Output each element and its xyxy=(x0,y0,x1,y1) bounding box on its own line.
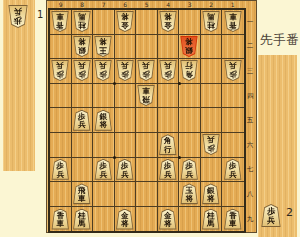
square-4-1[interactable]: 金将 xyxy=(158,10,180,35)
piece-face: 歩兵 xyxy=(95,61,111,80)
square-1-9[interactable]: 香車 xyxy=(222,207,244,232)
piece-pawn-gote[interactable]: 歩兵 xyxy=(8,5,28,28)
square-9-1[interactable]: 香車 xyxy=(50,10,72,35)
piece-face: 桂馬 xyxy=(74,12,90,31)
square-7-7[interactable]: 歩兵 xyxy=(93,158,115,183)
piece-knight-gote[interactable]: 桂馬 xyxy=(73,11,91,32)
piece-kanji: 歩兵 xyxy=(56,61,64,78)
rank-label-5: 五 xyxy=(246,108,255,133)
square-5-5[interactable] xyxy=(136,108,158,133)
file-label-3: 3 xyxy=(179,1,201,8)
piece-gold-sente[interactable]: 金将 xyxy=(116,209,134,230)
square-4-8[interactable] xyxy=(158,182,180,207)
piece-lance-sente[interactable]: 香車 xyxy=(51,209,69,230)
piece-pawn-gote[interactable]: 歩兵 xyxy=(202,134,220,155)
rank-label-2: 二 xyxy=(246,35,255,60)
square-8-6[interactable] xyxy=(72,133,94,158)
piece-pawn-sente[interactable]: 歩兵 xyxy=(159,159,177,180)
square-9-8[interactable] xyxy=(50,182,72,207)
rank-label-3: 三 xyxy=(246,59,255,84)
rank-coordinates: 一二三四五六七八九 xyxy=(246,10,255,233)
piece-kanji: 香車 xyxy=(56,12,64,29)
square-2-9[interactable]: 桂馬 xyxy=(201,207,223,232)
piece-face: 桂馬 xyxy=(203,210,219,229)
square-8-1[interactable]: 桂馬 xyxy=(72,10,94,35)
piece-face: 歩兵 xyxy=(74,111,90,130)
square-5-9[interactable] xyxy=(136,207,158,232)
square-1-2[interactable] xyxy=(222,35,244,60)
piece-kanji: 歩兵 xyxy=(229,61,237,78)
square-6-2[interactable] xyxy=(115,35,137,60)
square-7-2[interactable]: 王将 xyxy=(93,35,115,60)
square-9-5[interactable] xyxy=(50,108,72,133)
square-8-7[interactable] xyxy=(72,158,94,183)
piece-face: 金将 xyxy=(117,210,133,229)
piece-kanji: 歩兵 xyxy=(164,162,172,179)
square-4-6[interactable]: 角行 xyxy=(158,133,180,158)
piece-bishop-sente[interactable]: 角行 xyxy=(159,134,177,155)
square-6-3[interactable]: 歩兵 xyxy=(115,59,137,84)
piece-pawn-gote[interactable]: 歩兵 xyxy=(73,60,91,81)
square-4-3[interactable]: 歩兵 xyxy=(158,59,180,84)
square-8-2[interactable]: 銀将 xyxy=(72,35,94,60)
piece-kanji: 歩兵 xyxy=(142,61,150,78)
piece-face: 歩兵 xyxy=(181,160,197,179)
piece-gold-gote[interactable]: 金将 xyxy=(116,11,134,32)
piece-kanji: 歩兵 xyxy=(185,162,193,179)
piece-face: 歩兵 xyxy=(95,160,111,179)
piece-face: 角行 xyxy=(181,61,197,80)
square-9-9[interactable]: 香車 xyxy=(50,207,72,232)
piece-face: 歩兵 xyxy=(225,61,241,80)
piece-face: 角行 xyxy=(160,135,176,154)
piece-bishop-gote[interactable]: 角行 xyxy=(180,60,198,81)
piece-kanji: 歩兵 xyxy=(121,162,129,179)
piece-kanji: 金将 xyxy=(121,12,129,29)
piece-kanji: 香車 xyxy=(229,212,237,229)
piece-kanji: 歩兵 xyxy=(78,61,86,78)
piece-pawn-sente[interactable]: 歩兵 xyxy=(180,159,198,180)
piece-face: 歩兵 xyxy=(225,160,241,179)
square-1-3[interactable]: 歩兵 xyxy=(222,59,244,84)
square-8-8[interactable]: 飛車 xyxy=(72,182,94,207)
piece-pawn-sente[interactable]: 歩兵 xyxy=(73,110,91,131)
piece-kanji: 銀将 xyxy=(78,37,86,54)
piece-kanji: 歩兵 xyxy=(56,162,64,179)
gote-hand-count: 1 xyxy=(37,9,43,20)
square-1-5[interactable] xyxy=(222,108,244,133)
piece-face: 歩兵 xyxy=(160,61,176,80)
square-1-1[interactable]: 香車 xyxy=(222,10,244,35)
piece-face: 香車 xyxy=(225,210,241,229)
square-2-5[interactable] xyxy=(201,108,223,133)
piece-lance-gote[interactable]: 香車 xyxy=(224,11,242,32)
file-label-1: 1 xyxy=(222,1,244,8)
square-3-6[interactable] xyxy=(179,133,201,158)
piece-face: 歩兵 xyxy=(74,61,90,80)
piece-kanji: 飛車 xyxy=(78,187,86,204)
piece-kanji: 香車 xyxy=(229,12,237,29)
sente-hand-count: 2 xyxy=(286,206,293,219)
square-1-6[interactable] xyxy=(222,133,244,158)
piece-rook-gote[interactable]: 飛車 xyxy=(137,85,155,106)
piece-silver-gote[interactable]: 銀将 xyxy=(73,36,91,57)
piece-pawn-gote[interactable]: 歩兵 xyxy=(159,60,177,81)
file-label-8: 8 xyxy=(72,1,94,8)
piece-face: 香車 xyxy=(225,12,241,31)
piece-face: 金将 xyxy=(117,12,133,31)
piece-face: 銀将 xyxy=(181,37,197,56)
piece-face: 銀将 xyxy=(74,37,90,56)
piece-face: 桂馬 xyxy=(203,12,219,31)
square-4-5[interactable] xyxy=(158,108,180,133)
file-coordinates: 987654321 xyxy=(50,1,256,8)
piece-knight-sente[interactable]: 桂馬 xyxy=(73,209,91,230)
square-9-7[interactable]: 歩兵 xyxy=(50,158,72,183)
square-2-4[interactable] xyxy=(201,84,223,109)
rank-label-6: 六 xyxy=(246,133,255,158)
square-6-8[interactable] xyxy=(115,182,137,207)
square-5-4[interactable]: 飛車 xyxy=(136,84,158,109)
square-7-6[interactable] xyxy=(93,133,115,158)
square-4-4[interactable] xyxy=(158,84,180,109)
square-4-9[interactable]: 金将 xyxy=(158,207,180,232)
shogi-app: 歩兵 1 歩兵 2 先手番 987654321 香車桂馬金将金将桂馬香車銀将王将… xyxy=(0,0,300,237)
rank-label-9: 九 xyxy=(246,207,255,232)
file-label-6: 6 xyxy=(115,1,137,8)
piece-kanji: 角行 xyxy=(164,137,172,154)
piece-knight-sente[interactable]: 桂馬 xyxy=(202,209,220,230)
piece-face: 王将 xyxy=(95,37,111,56)
file-label-4: 4 xyxy=(158,1,180,8)
square-2-2[interactable] xyxy=(201,35,223,60)
square-5-6[interactable] xyxy=(136,133,158,158)
piece-kanji: 歩兵 xyxy=(207,135,215,152)
piece-face: 銀将 xyxy=(95,111,111,130)
square-7-5[interactable]: 銀将 xyxy=(93,108,115,133)
piece-kanji: 歩兵 xyxy=(78,113,86,130)
rank-label-1: 一 xyxy=(246,10,255,35)
square-2-1[interactable]: 桂馬 xyxy=(201,10,223,35)
piece-knight-gote[interactable]: 桂馬 xyxy=(202,11,220,32)
piece-pawn-sente[interactable]: 歩兵 xyxy=(116,159,134,180)
piece-kanji: 王将 xyxy=(99,37,107,54)
piece-face: 歩兵 xyxy=(262,205,280,226)
piece-gold-sente[interactable]: 金将 xyxy=(159,209,177,230)
piece-pawn-sente[interactable]: 歩兵 xyxy=(224,159,242,180)
piece-face: 歩兵 xyxy=(52,160,68,179)
square-9-2[interactable] xyxy=(50,35,72,60)
piece-pawn-sente[interactable]: 歩兵 xyxy=(51,159,69,180)
piece-kanji: 銀将 xyxy=(99,113,107,130)
square-8-3[interactable]: 歩兵 xyxy=(72,59,94,84)
square-8-5[interactable]: 歩兵 xyxy=(72,108,94,133)
square-7-1[interactable] xyxy=(93,10,115,35)
piece-kanji: 桂馬 xyxy=(78,212,86,229)
piece-pawn-gote[interactable]: 歩兵 xyxy=(224,60,242,81)
square-9-3[interactable]: 歩兵 xyxy=(50,59,72,84)
piece-king-gote[interactable]: 王将 xyxy=(94,36,112,57)
piece-face: 香車 xyxy=(52,210,68,229)
piece-face: 歩兵 xyxy=(117,61,133,80)
square-1-4[interactable] xyxy=(222,84,244,109)
piece-kanji: 玉将 xyxy=(185,187,193,204)
piece-kanji: 銀将 xyxy=(207,187,215,204)
square-5-8[interactable] xyxy=(136,182,158,207)
sente-hand-pawn[interactable]: 歩兵 xyxy=(261,204,281,227)
piece-face: 金将 xyxy=(160,12,176,31)
rank-label-7: 七 xyxy=(246,158,255,183)
square-8-4[interactable] xyxy=(72,84,94,109)
piece-kanji: 桂馬 xyxy=(207,12,215,29)
piece-kanji: 歩兵 xyxy=(267,207,276,226)
piece-face: 歩兵 xyxy=(52,61,68,80)
gote-hand-pawn[interactable]: 歩兵 xyxy=(8,5,28,28)
piece-face: 銀将 xyxy=(203,184,219,203)
piece-kanji: 銀将 xyxy=(185,37,193,54)
piece-kanji: 歩兵 xyxy=(14,6,23,25)
piece-face: 歩兵 xyxy=(203,135,219,154)
square-7-3[interactable]: 歩兵 xyxy=(93,59,115,84)
piece-kanji: 桂馬 xyxy=(207,212,215,229)
square-5-7[interactable] xyxy=(136,158,158,183)
turn-indicator: 先手番 xyxy=(260,32,299,49)
square-3-2[interactable]: 銀将 xyxy=(179,35,201,60)
square-3-3[interactable]: 角行 xyxy=(179,59,201,84)
piece-kanji: 歩兵 xyxy=(99,61,107,78)
piece-face: 歩兵 xyxy=(9,6,27,27)
piece-kanji: 桂馬 xyxy=(78,12,86,29)
piece-kanji: 歩兵 xyxy=(164,61,172,78)
piece-pawn-sente[interactable]: 歩兵 xyxy=(94,159,112,180)
piece-silver-sente[interactable]: 銀将 xyxy=(94,110,112,131)
piece-kanji: 金将 xyxy=(164,212,172,229)
piece-kanji: 歩兵 xyxy=(99,162,107,179)
square-4-2[interactable] xyxy=(158,35,180,60)
square-4-7[interactable]: 歩兵 xyxy=(158,158,180,183)
square-1-7[interactable]: 歩兵 xyxy=(222,158,244,183)
shogi-board: 987654321 香車桂馬金将金将桂馬香車銀将王将銀将歩兵歩兵歩兵歩兵歩兵歩兵… xyxy=(46,0,257,233)
piece-kanji: 香車 xyxy=(56,212,64,229)
piece-face: 飛車 xyxy=(74,184,90,203)
square-2-3[interactable] xyxy=(201,59,223,84)
square-2-8[interactable]: 銀将 xyxy=(201,182,223,207)
piece-pawn-sente[interactable]: 歩兵 xyxy=(261,204,281,227)
square-3-9[interactable] xyxy=(179,207,201,232)
piece-face: 飛車 xyxy=(138,86,154,105)
piece-kanji: 歩兵 xyxy=(121,61,129,78)
file-label-2: 2 xyxy=(201,1,223,8)
piece-pawn-gote[interactable]: 歩兵 xyxy=(116,60,134,81)
piece-face: 歩兵 xyxy=(117,160,133,179)
piece-kanji: 角行 xyxy=(185,61,193,78)
piece-kanji: 歩兵 xyxy=(229,162,237,179)
board-grid: 香車桂馬金将金将桂馬香車銀将王将銀将歩兵歩兵歩兵歩兵歩兵歩兵角行歩兵飛車歩兵銀将… xyxy=(48,8,246,233)
rank-label-4: 四 xyxy=(246,84,255,109)
square-9-6[interactable] xyxy=(50,133,72,158)
piece-face: 金将 xyxy=(160,210,176,229)
square-6-6[interactable] xyxy=(115,133,137,158)
square-6-9[interactable]: 金将 xyxy=(115,207,137,232)
piece-kanji: 飛車 xyxy=(142,86,150,103)
square-6-1[interactable]: 金将 xyxy=(115,10,137,35)
piece-silver-gote-highlighted[interactable]: 銀将 xyxy=(180,36,198,57)
piece-gold-gote[interactable]: 金将 xyxy=(159,11,177,32)
piece-face: 玉将 xyxy=(181,184,197,203)
square-5-1[interactable] xyxy=(136,10,158,35)
square-3-4[interactable] xyxy=(179,84,201,109)
file-label-9: 9 xyxy=(50,1,72,8)
square-3-8[interactable]: 玉将 xyxy=(179,182,201,207)
square-3-5[interactable] xyxy=(179,108,201,133)
piece-pawn-gote[interactable]: 歩兵 xyxy=(94,60,112,81)
piece-pawn-gote[interactable]: 歩兵 xyxy=(137,60,155,81)
piece-silver-sente[interactable]: 銀将 xyxy=(202,183,220,204)
square-6-7[interactable]: 歩兵 xyxy=(115,158,137,183)
square-2-7[interactable] xyxy=(201,158,223,183)
square-3-7[interactable]: 歩兵 xyxy=(179,158,201,183)
piece-face: 歩兵 xyxy=(138,61,154,80)
rank-label-8: 八 xyxy=(246,182,255,207)
square-1-8[interactable] xyxy=(222,182,244,207)
piece-face: 歩兵 xyxy=(160,160,176,179)
square-3-1[interactable] xyxy=(179,10,201,35)
file-label-7: 7 xyxy=(93,1,115,8)
square-7-4[interactable] xyxy=(93,84,115,109)
square-8-9[interactable]: 桂馬 xyxy=(72,207,94,232)
square-7-8[interactable] xyxy=(93,182,115,207)
piece-rook-sente[interactable]: 飛車 xyxy=(73,183,91,204)
file-label-5: 5 xyxy=(136,1,158,8)
square-9-4[interactable] xyxy=(50,84,72,109)
piece-lance-gote[interactable]: 香車 xyxy=(51,11,69,32)
piece-face: 桂馬 xyxy=(74,210,90,229)
piece-lance-sente[interactable]: 香車 xyxy=(224,209,242,230)
square-6-4[interactable] xyxy=(115,84,137,109)
square-5-3[interactable]: 歩兵 xyxy=(136,59,158,84)
square-2-6[interactable]: 歩兵 xyxy=(201,133,223,158)
piece-face: 香車 xyxy=(52,12,68,31)
square-7-9[interactable] xyxy=(93,207,115,232)
piece-kanji: 金将 xyxy=(164,12,172,29)
square-5-2[interactable] xyxy=(136,35,158,60)
piece-kanji: 金将 xyxy=(121,212,129,229)
piece-pawn-gote[interactable]: 歩兵 xyxy=(51,60,69,81)
square-6-5[interactable] xyxy=(115,108,137,133)
piece-king-sente[interactable]: 玉将 xyxy=(180,183,198,204)
